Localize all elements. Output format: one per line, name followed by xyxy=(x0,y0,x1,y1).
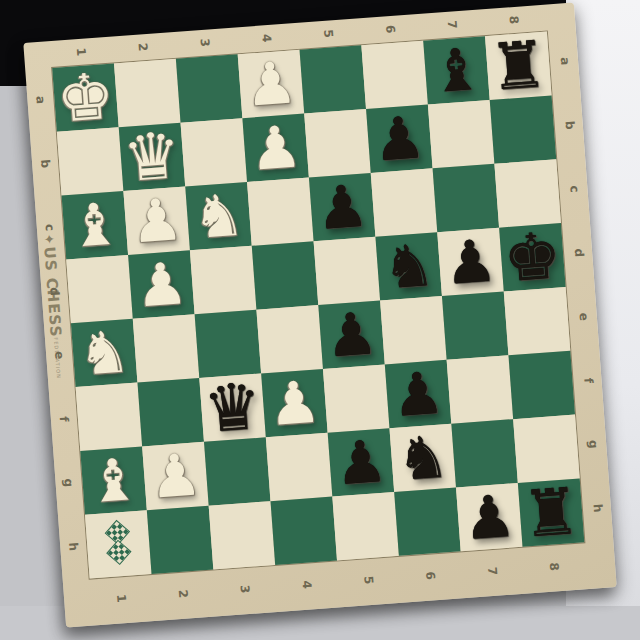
square-a2[interactable] xyxy=(114,59,181,127)
label-bottom-rank-5: 5 xyxy=(360,572,377,589)
square-b2[interactable]: ♛ xyxy=(119,123,186,191)
piece-bN-g6[interactable]: ♞ xyxy=(390,426,456,490)
square-c5[interactable]: ♟ xyxy=(309,173,376,241)
square-e5[interactable]: ♟ xyxy=(318,301,385,369)
square-b3[interactable] xyxy=(181,118,248,186)
piece-wB-g1[interactable]: ♝ xyxy=(80,448,146,512)
square-f5[interactable] xyxy=(323,364,390,432)
square-d7[interactable]: ♟ xyxy=(437,228,504,296)
piece-wN-c3[interactable]: ♞ xyxy=(185,184,251,248)
square-f4[interactable]: ♟ xyxy=(261,369,328,437)
piece-wB-c1[interactable]: ♝ xyxy=(62,193,128,257)
square-h1[interactable] xyxy=(85,510,152,578)
square-c7[interactable] xyxy=(433,164,500,232)
square-h8[interactable]: ♜ xyxy=(518,478,585,546)
chess-board: ✦ US CHESS FEDERATION ♚♟♝♜♛♟♟♝♟♞♟♟♞♟♚♞♟♛… xyxy=(23,3,616,628)
piece-wP-b4[interactable]: ♟ xyxy=(243,116,309,180)
square-h6[interactable] xyxy=(394,488,461,556)
piece-bP-e5[interactable]: ♟ xyxy=(318,303,384,367)
label-right-file-g: g xyxy=(585,436,602,453)
label-left-file-b: b xyxy=(37,155,54,172)
piece-wP-a4[interactable]: ♟ xyxy=(238,52,304,116)
piece-wQ-b2[interactable]: ♛ xyxy=(119,125,185,189)
square-b4[interactable]: ♟ xyxy=(242,114,309,182)
piece-bN-d6[interactable]: ♞ xyxy=(376,234,442,298)
square-f1[interactable] xyxy=(76,383,143,451)
square-c3[interactable]: ♞ xyxy=(185,182,252,250)
square-g5[interactable]: ♟ xyxy=(328,428,395,496)
piece-bQ-f3[interactable]: ♛ xyxy=(199,375,265,439)
square-a4[interactable]: ♟ xyxy=(238,50,305,118)
square-b8[interactable] xyxy=(490,95,557,163)
label-bottom-rank-1: 1 xyxy=(113,590,130,607)
label-top-rank-2: 2 xyxy=(134,39,151,56)
square-c4[interactable] xyxy=(247,177,314,245)
square-a3[interactable] xyxy=(176,54,243,122)
square-a8[interactable]: ♜ xyxy=(485,32,552,100)
piece-wP-g2[interactable]: ♟ xyxy=(142,444,208,508)
square-h7[interactable]: ♟ xyxy=(456,483,523,551)
piece-bR-a8[interactable]: ♜ xyxy=(485,34,551,98)
label-top-rank-7: 7 xyxy=(444,16,461,33)
square-d5[interactable] xyxy=(314,237,381,305)
label-left-file-f: f xyxy=(55,410,72,427)
square-a1[interactable]: ♚ xyxy=(52,63,119,131)
piece-wP-d2[interactable]: ♟ xyxy=(128,252,194,316)
us-chess-diamond-logo xyxy=(102,521,135,567)
square-g1[interactable]: ♝ xyxy=(80,446,147,514)
piece-bP-f6[interactable]: ♟ xyxy=(385,362,451,426)
piece-bR-h8[interactable]: ♜ xyxy=(518,480,584,544)
label-top-rank-3: 3 xyxy=(196,34,213,51)
square-e2[interactable] xyxy=(133,314,200,382)
label-right-file-e: e xyxy=(575,308,592,325)
square-g8[interactable] xyxy=(513,415,580,483)
square-d6[interactable]: ♞ xyxy=(375,232,442,300)
label-bottom-rank-8: 8 xyxy=(545,558,562,575)
square-g6[interactable]: ♞ xyxy=(389,424,456,492)
square-g7[interactable] xyxy=(451,419,518,487)
square-d8[interactable]: ♚ xyxy=(499,223,566,291)
label-right-file-a: a xyxy=(557,53,574,70)
square-f2[interactable] xyxy=(137,378,204,446)
label-right-file-c: c xyxy=(566,180,583,197)
label-top-rank-6: 6 xyxy=(382,21,399,38)
piece-wN-e1[interactable]: ♞ xyxy=(71,321,137,385)
board-grid: ♚♟♝♜♛♟♟♝♟♞♟♟♞♟♚♞♟♛♟♟♝♟♟♞♟♜ xyxy=(51,31,585,580)
piece-bP-d7[interactable]: ♟ xyxy=(437,230,503,294)
piece-bP-h7[interactable]: ♟ xyxy=(456,485,522,549)
square-b7[interactable] xyxy=(428,100,495,168)
piece-bP-g5[interactable]: ♟ xyxy=(328,430,394,494)
label-left-file-d: d xyxy=(46,283,63,300)
piece-bP-c5[interactable]: ♟ xyxy=(309,175,375,239)
square-d2[interactable]: ♟ xyxy=(128,250,195,318)
square-h3[interactable] xyxy=(209,501,276,569)
square-a6[interactable] xyxy=(361,41,428,109)
label-left-file-g: g xyxy=(60,474,77,491)
square-d1[interactable] xyxy=(66,255,133,323)
label-right-file-d: d xyxy=(571,244,588,261)
square-h2[interactable] xyxy=(147,506,214,574)
square-e6[interactable] xyxy=(380,296,447,364)
square-c8[interactable] xyxy=(494,159,561,227)
label-left-file-c: c xyxy=(41,219,58,236)
square-e7[interactable] xyxy=(442,291,509,359)
label-bottom-rank-6: 6 xyxy=(422,567,439,584)
square-f7[interactable] xyxy=(447,355,514,423)
square-f6[interactable]: ♟ xyxy=(385,360,452,428)
square-a7[interactable]: ♝ xyxy=(423,36,490,104)
square-e4[interactable] xyxy=(256,305,323,373)
square-g4[interactable] xyxy=(266,433,333,501)
label-right-file-b: b xyxy=(561,117,578,134)
piece-wP-f4[interactable]: ♟ xyxy=(261,371,327,435)
square-g3[interactable] xyxy=(204,437,271,505)
label-top-rank-5: 5 xyxy=(320,25,337,42)
square-h5[interactable] xyxy=(332,492,399,560)
label-bottom-rank-2: 2 xyxy=(174,585,191,602)
label-top-rank-8: 8 xyxy=(505,11,522,28)
square-c1[interactable]: ♝ xyxy=(62,191,129,259)
square-f3[interactable]: ♛ xyxy=(199,373,266,441)
piece-wP-c2[interactable]: ♟ xyxy=(124,189,190,253)
square-b6[interactable]: ♟ xyxy=(366,105,433,173)
square-f8[interactable] xyxy=(508,351,575,419)
label-top-rank-4: 4 xyxy=(258,30,275,47)
square-b5[interactable] xyxy=(304,109,371,177)
piece-bK-d8[interactable]: ♚ xyxy=(499,225,565,289)
label-bottom-rank-4: 4 xyxy=(298,576,315,593)
label-right-file-h: h xyxy=(589,500,606,517)
label-left-file-h: h xyxy=(65,538,82,555)
piece-bP-b6[interactable]: ♟ xyxy=(366,107,432,171)
square-g2[interactable]: ♟ xyxy=(142,442,209,510)
label-top-rank-1: 1 xyxy=(73,43,90,60)
square-c6[interactable] xyxy=(371,168,438,236)
square-h4[interactable] xyxy=(270,497,337,565)
square-d3[interactable] xyxy=(190,246,257,314)
square-b1[interactable] xyxy=(57,127,124,195)
label-bottom-rank-3: 3 xyxy=(236,581,253,598)
square-c2[interactable]: ♟ xyxy=(123,187,190,255)
square-d4[interactable] xyxy=(252,241,319,309)
square-e3[interactable] xyxy=(195,310,262,378)
square-e1[interactable]: ♞ xyxy=(71,319,138,387)
label-right-file-f: f xyxy=(580,372,597,389)
label-left-file-a: a xyxy=(32,91,49,108)
label-left-file-e: e xyxy=(51,347,68,364)
label-bottom-rank-7: 7 xyxy=(484,563,501,580)
piece-bB-a7[interactable]: ♝ xyxy=(423,38,489,102)
square-a5[interactable] xyxy=(300,45,367,113)
square-e8[interactable] xyxy=(504,287,571,355)
piece-wK-a1[interactable]: ♚ xyxy=(52,65,118,129)
